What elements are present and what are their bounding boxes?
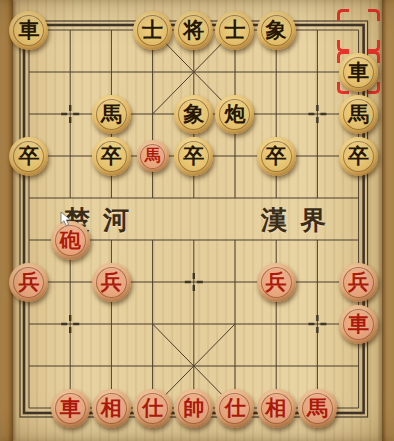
red-chariot-glyph: 車 <box>55 393 86 424</box>
red-soldier-glyph: 兵 <box>261 267 292 298</box>
black-elephant-glyph: 象 <box>261 15 292 46</box>
piece-red-chariot[interactable]: 車 <box>51 389 90 428</box>
last-move-marker-move-from <box>338 9 379 51</box>
piece-black-soldier[interactable]: 卒 <box>92 137 131 176</box>
piece-red-elephant[interactable]: 相 <box>257 389 296 428</box>
black-soldier-glyph: 卒 <box>343 141 374 172</box>
black-general-glyph: 将 <box>178 15 209 46</box>
piece-black-soldier[interactable]: 卒 <box>174 137 213 176</box>
piece-red-elephant[interactable]: 相 <box>92 389 131 428</box>
black-soldier-glyph: 卒 <box>261 141 292 172</box>
piece-black-elephant[interactable]: 象 <box>174 95 213 134</box>
piece-red-soldier[interactable]: 兵 <box>92 263 131 302</box>
red-horse-glyph: 馬 <box>302 393 333 424</box>
red-cannon-glyph: 砲 <box>55 225 86 256</box>
black-elephant-glyph: 象 <box>178 99 209 130</box>
piece-red-advisor[interactable]: 仕 <box>133 389 172 428</box>
piece-red-horse[interactable]: 馬 <box>137 140 169 172</box>
mouse-cursor-icon <box>60 211 74 228</box>
black-chariot-glyph: 車 <box>13 15 44 46</box>
piece-red-soldier[interactable]: 兵 <box>9 263 48 302</box>
red-elephant-glyph: 相 <box>96 393 127 424</box>
piece-black-horse[interactable]: 馬 <box>92 95 131 134</box>
piece-black-chariot[interactable]: 車 <box>339 53 378 92</box>
piece-red-soldier[interactable]: 兵 <box>257 263 296 302</box>
piece-red-advisor[interactable]: 仕 <box>215 389 254 428</box>
red-advisor-glyph: 仕 <box>137 393 168 424</box>
black-advisor-glyph: 士 <box>219 15 250 46</box>
red-soldier-glyph: 兵 <box>13 267 44 298</box>
piece-black-horse[interactable]: 馬 <box>339 95 378 134</box>
red-elephant-glyph: 相 <box>261 393 292 424</box>
piece-red-general[interactable]: 帥 <box>174 389 213 428</box>
piece-black-general[interactable]: 将 <box>174 11 213 50</box>
piece-black-soldier[interactable]: 卒 <box>339 137 378 176</box>
piece-black-soldier[interactable]: 卒 <box>9 137 48 176</box>
piece-red-soldier[interactable]: 兵 <box>339 263 378 302</box>
piece-black-advisor[interactable]: 士 <box>133 11 172 50</box>
piece-black-advisor[interactable]: 士 <box>215 11 254 50</box>
black-advisor-glyph: 士 <box>137 15 168 46</box>
black-chariot-glyph: 車 <box>343 57 374 88</box>
red-horse-glyph: 馬 <box>140 144 165 169</box>
xiangqi-board: 楚河 漢界 車士将士象車馬象炮馬卒卒馬卒卒卒砲兵兵兵兵車車相仕帥仕相馬 <box>0 0 394 441</box>
piece-red-horse[interactable]: 馬 <box>298 389 337 428</box>
piece-black-chariot[interactable]: 車 <box>9 11 48 50</box>
red-soldier-glyph: 兵 <box>96 267 127 298</box>
black-soldier-glyph: 卒 <box>13 141 44 172</box>
black-soldier-glyph: 卒 <box>96 141 127 172</box>
black-soldier-glyph: 卒 <box>178 141 209 172</box>
red-chariot-glyph: 車 <box>343 309 374 340</box>
red-general-glyph: 帥 <box>178 393 209 424</box>
piece-black-soldier[interactable]: 卒 <box>257 137 296 176</box>
black-cannon-glyph: 炮 <box>219 99 250 130</box>
red-advisor-glyph: 仕 <box>219 393 250 424</box>
piece-red-chariot[interactable]: 車 <box>339 305 378 344</box>
black-horse-glyph: 馬 <box>96 99 127 130</box>
piece-black-elephant[interactable]: 象 <box>257 11 296 50</box>
red-soldier-glyph: 兵 <box>343 267 374 298</box>
piece-black-cannon[interactable]: 炮 <box>215 95 254 134</box>
black-horse-glyph: 馬 <box>343 99 374 130</box>
